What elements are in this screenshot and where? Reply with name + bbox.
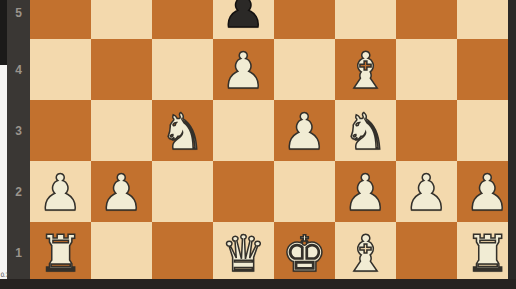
white-pawn-h2[interactable]: ♟ — [465, 165, 510, 222]
square-b2[interactable]: ♟ — [91, 161, 152, 222]
square-e5[interactable] — [274, 0, 335, 39]
white-queen-d1[interactable]: ♛ — [221, 226, 266, 283]
white-rook-h1[interactable]: ♜ — [465, 226, 510, 283]
square-a5[interactable] — [30, 0, 91, 39]
square-b4[interactable] — [91, 39, 152, 100]
evaluation-bar-black-segment — [0, 0, 7, 65]
square-d4[interactable]: ♟ — [213, 39, 274, 100]
square-a4[interactable] — [30, 39, 91, 100]
square-c3[interactable]: ♞ — [152, 100, 213, 161]
square-c4[interactable] — [152, 39, 213, 100]
square-a3[interactable] — [30, 100, 91, 161]
evaluation-bar: 0.7 — [0, 0, 7, 289]
rank-label-1: 1 — [7, 246, 30, 260]
white-pawn-e3[interactable]: ♟ — [282, 104, 327, 161]
window-right-crop-strip — [508, 0, 516, 289]
square-e4[interactable] — [274, 39, 335, 100]
black-pawn-d5[interactable]: ♟ — [221, 0, 266, 39]
rank-label-5: 5 — [7, 6, 30, 20]
white-rook-a1[interactable]: ♜ — [38, 226, 83, 283]
square-f1[interactable]: ♝ — [335, 222, 396, 283]
square-d3[interactable] — [213, 100, 274, 161]
white-pawn-f2[interactable]: ♟ — [343, 165, 388, 222]
square-d5[interactable]: ♟ — [213, 0, 274, 39]
evaluation-bar-white-segment — [0, 65, 7, 289]
rank-coordinates-strip: 54321 — [7, 0, 30, 289]
rank-label-2: 2 — [7, 185, 30, 199]
white-pawn-b2[interactable]: ♟ — [99, 165, 144, 222]
chess-board: ♟♟♝♞♟♞♟♟♟♟♟♜♛♚♝♜ — [30, 0, 516, 283]
square-f2[interactable]: ♟ — [335, 161, 396, 222]
window-bottom-strip — [0, 279, 516, 289]
square-d1[interactable]: ♛ — [213, 222, 274, 283]
white-pawn-a2[interactable]: ♟ — [38, 165, 83, 222]
square-b5[interactable] — [91, 0, 152, 39]
square-c1[interactable] — [152, 222, 213, 283]
square-f5[interactable] — [335, 0, 396, 39]
evaluation-score: 0.7 — [0, 271, 9, 278]
white-pawn-g2[interactable]: ♟ — [404, 165, 449, 222]
square-f4[interactable]: ♝ — [335, 39, 396, 100]
square-g2[interactable]: ♟ — [396, 161, 457, 222]
square-f3[interactable]: ♞ — [335, 100, 396, 161]
square-c2[interactable] — [152, 161, 213, 222]
square-e3[interactable]: ♟ — [274, 100, 335, 161]
square-e1[interactable]: ♚ — [274, 222, 335, 283]
square-g5[interactable] — [396, 0, 457, 39]
rank-label-4: 4 — [7, 63, 30, 77]
square-g3[interactable] — [396, 100, 457, 161]
white-king-e1[interactable]: ♚ — [282, 226, 327, 283]
square-b1[interactable] — [91, 222, 152, 283]
white-pawn-d4[interactable]: ♟ — [221, 43, 266, 100]
white-bishop-f1[interactable]: ♝ — [343, 226, 388, 283]
white-bishop-f4[interactable]: ♝ — [343, 43, 388, 100]
square-e2[interactable] — [274, 161, 335, 222]
rank-label-3: 3 — [7, 124, 30, 138]
square-a1[interactable]: ♜ — [30, 222, 91, 283]
square-d2[interactable] — [213, 161, 274, 222]
square-g4[interactable] — [396, 39, 457, 100]
square-c5[interactable] — [152, 0, 213, 39]
white-knight-c3[interactable]: ♞ — [160, 104, 205, 161]
square-a2[interactable]: ♟ — [30, 161, 91, 222]
square-b3[interactable] — [91, 100, 152, 161]
white-knight-f3[interactable]: ♞ — [343, 104, 388, 161]
chess-app-window: 0.7 54321 ♟♟♝♞♟♞♟♟♟♟♟♜♛♚♝♜ — [0, 0, 516, 289]
square-g1[interactable] — [396, 222, 457, 283]
